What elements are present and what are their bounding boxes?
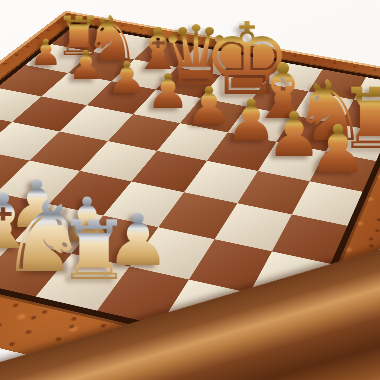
chess-set-photo: ♜♞♟♝♟♛♟♚♟♝♟♟♞♜♟♟♟♟♝♟♞♜ bbox=[0, 0, 380, 380]
